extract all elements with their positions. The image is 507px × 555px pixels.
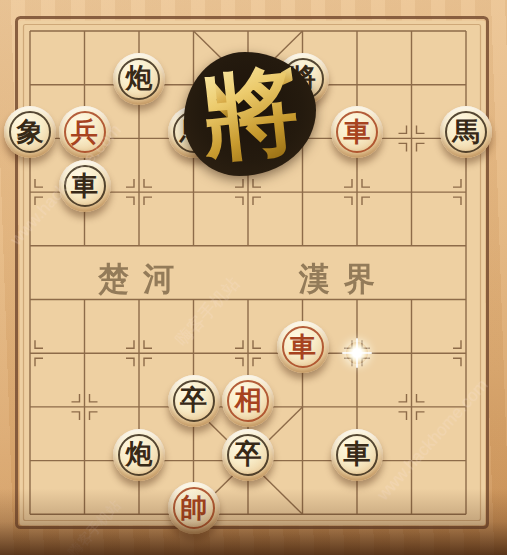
piece-red-pawn[interactable]: 兵	[59, 106, 111, 158]
piece-glyph: 車	[344, 118, 371, 145]
xiangqi-app-screenshot: 楚河 漢界 炮將象兵馬車馬車車卒相炮卒車帥 將 www.hackhome.com…	[0, 0, 507, 555]
piece-black-soldier[interactable]: 卒	[222, 429, 274, 481]
piece-glyph: 象	[17, 118, 44, 145]
piece-black-horse[interactable]: 馬	[440, 106, 492, 158]
piece-glyph: 兵	[71, 118, 98, 145]
piece-glyph: 車	[289, 333, 316, 360]
piece-glyph: 帥	[180, 494, 207, 521]
check-glyph: 將	[196, 46, 305, 185]
piece-red-chariot[interactable]: 車	[277, 321, 329, 373]
piece-glyph: 炮	[126, 440, 153, 467]
piece-glyph: 相	[235, 386, 262, 413]
piece-glyph: 卒	[235, 440, 262, 467]
piece-glyph: 車	[71, 172, 98, 199]
piece-glyph: 馬	[453, 118, 480, 145]
piece-black-elephant[interactable]: 象	[4, 106, 56, 158]
piece-black-chariot[interactable]: 車	[59, 160, 111, 212]
piece-glyph: 炮	[126, 64, 153, 91]
piece-black-cannon[interactable]: 炮	[113, 429, 165, 481]
piece-red-elephant[interactable]: 相	[222, 375, 274, 427]
piece-glyph: 卒	[180, 386, 207, 413]
river-label-left: 楚河	[63, 257, 223, 301]
piece-black-cannon[interactable]: 炮	[113, 53, 165, 105]
piece-black-soldier[interactable]: 卒	[168, 375, 220, 427]
piece-black-chariot[interactable]: 車	[331, 429, 383, 481]
piece-red-general[interactable]: 帥	[168, 482, 220, 534]
check-announcement-overlay: 將	[184, 52, 316, 176]
river-label-right: 漢界	[264, 257, 424, 301]
piece-red-chariot[interactable]: 車	[331, 106, 383, 158]
piece-glyph: 車	[344, 440, 371, 467]
